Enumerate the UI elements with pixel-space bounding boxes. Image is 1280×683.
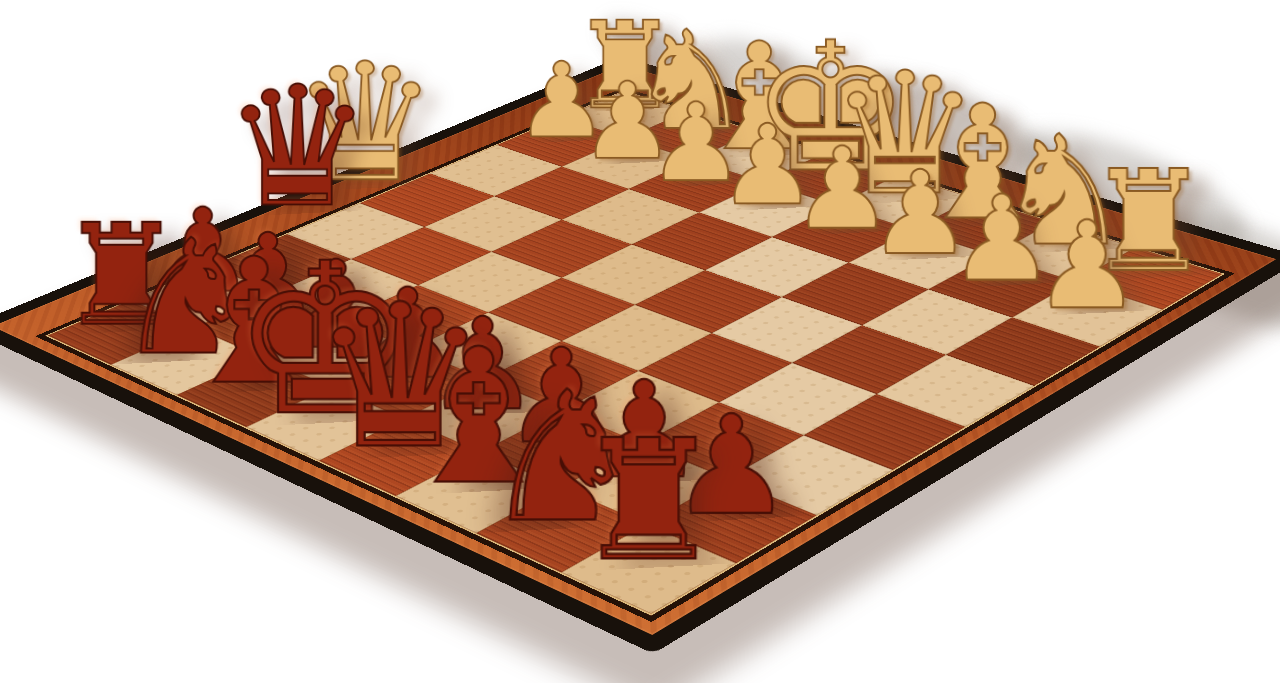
square-a8[interactable]: ♜	[561, 524, 736, 614]
piece-white-pawn[interactable]: ♟	[1033, 205, 1141, 326]
chess-board: ♜♞♝♚♛♝♞♜♟♟♟♟♟♟♟♟♟♟♟♟♟♟♟♟♜♞♝♚♛♝♞♜ ♛ ♛	[0, 56, 1280, 683]
board-frame: ♜♞♝♚♛♝♞♜♟♟♟♟♟♟♟♟♟♟♟♟♟♟♟♟♜♞♝♚♛♝♞♜	[0, 56, 1280, 653]
playing-field: ♜♞♝♚♛♝♞♜♟♟♟♟♟♟♟♟♟♟♟♟♟♟♟♟♜♞♝♚♛♝♞♜	[45, 90, 1225, 615]
square-a2[interactable]: ♟	[1012, 282, 1162, 347]
ebony-inlay-line: ♜♞♝♚♛♝♞♜♟♟♟♟♟♟♟♟♟♟♟♟♟♟♟♟♜♞♝♚♛♝♞♜	[35, 87, 1234, 622]
scene: ♜♞♝♚♛♝♞♜♟♟♟♟♟♟♟♟♟♟♟♟♟♟♟♟♜♞♝♚♛♝♞♜ ♛ ♛	[0, 0, 1280, 683]
piece-black-rook[interactable]: ♜	[574, 418, 723, 585]
